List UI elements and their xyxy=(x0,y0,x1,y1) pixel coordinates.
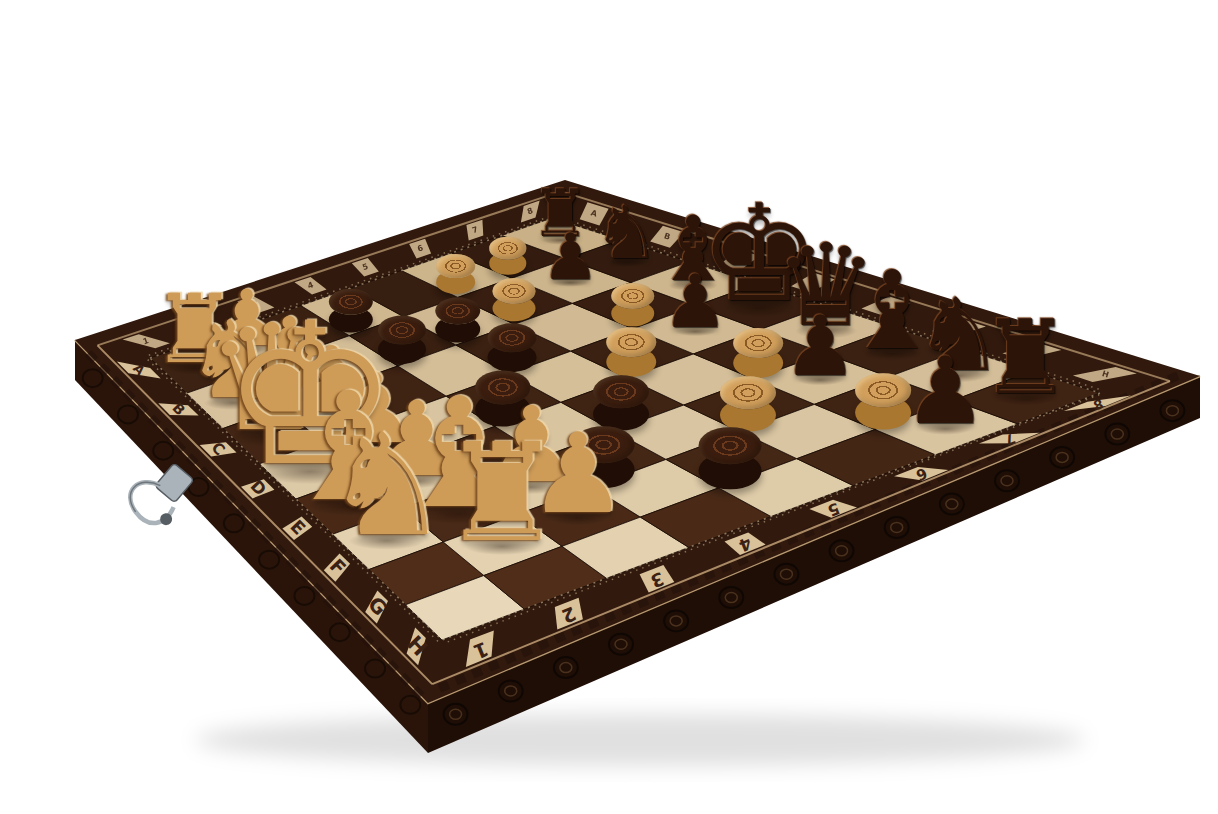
product-photo-scene: ABCDEFGH1234567812345678ABCDEFGH ♜♞♛♚♝♞♟… xyxy=(0,0,1218,814)
board-ground-shadow xyxy=(195,714,1085,766)
folding-chessboard: ABCDEFGH1234567812345678ABCDEFGH xyxy=(0,0,1218,814)
clasp-wire-shade xyxy=(123,473,161,513)
